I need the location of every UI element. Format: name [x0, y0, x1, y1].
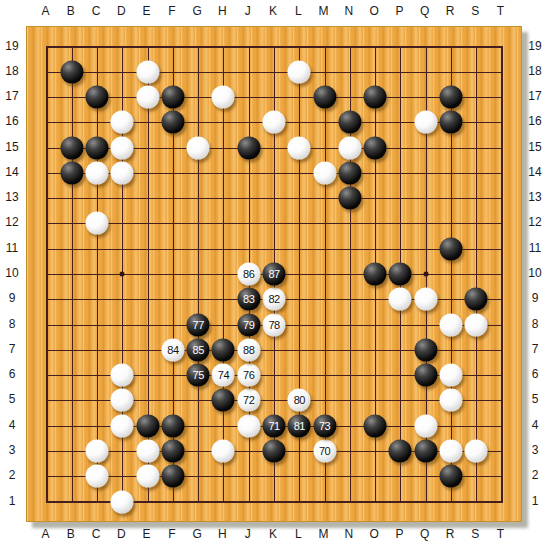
move-number-label: 85: [193, 344, 204, 355]
row-label-right-6: 6: [532, 367, 539, 381]
row-label-right-9: 9: [532, 291, 539, 305]
col-label-top-F: F: [168, 4, 175, 18]
row-label-right-10: 10: [528, 266, 541, 280]
stone-black-K4: 71: [263, 414, 286, 437]
stone-black-F4: [161, 414, 184, 437]
stone-black-K3: [263, 439, 286, 462]
stone-black-F2: [161, 465, 184, 488]
row-label-right-1: 1: [532, 494, 539, 508]
stone-white-J5: 72: [237, 389, 260, 412]
stone-white-J10: 86: [237, 263, 260, 286]
row-label-right-12: 12: [528, 215, 541, 229]
stone-white-E2: [136, 465, 159, 488]
stone-white-F7: 84: [161, 338, 184, 361]
row-label-left-9: 9: [9, 291, 16, 305]
col-label-top-L: L: [295, 4, 302, 18]
col-label-bottom-A: A: [41, 527, 49, 541]
row-label-left-6: 6: [9, 367, 16, 381]
col-label-top-D: D: [117, 4, 126, 18]
row-label-left-12: 12: [5, 215, 18, 229]
stone-black-N14: [338, 161, 361, 184]
stone-white-H17: [212, 86, 235, 109]
stone-white-E17: [136, 86, 159, 109]
stone-white-E3: [136, 439, 159, 462]
stone-black-R2: [439, 465, 462, 488]
stone-white-J7: 88: [237, 338, 260, 361]
row-label-right-5: 5: [532, 392, 539, 406]
row-label-right-11: 11: [529, 241, 541, 255]
col-label-top-J: J: [245, 4, 251, 18]
stone-black-G6: 75: [187, 364, 210, 387]
stone-black-H5: [212, 389, 235, 412]
stone-black-M17: [313, 86, 336, 109]
row-label-left-13: 13: [5, 190, 18, 204]
row-label-right-8: 8: [532, 317, 539, 331]
row-label-left-14: 14: [5, 165, 18, 179]
row-label-left-7: 7: [9, 342, 16, 356]
move-number-label: 73: [319, 420, 330, 431]
col-label-top-P: P: [395, 4, 403, 18]
stone-black-M4: 73: [313, 414, 336, 437]
stone-white-L15: [288, 136, 311, 159]
star-point-D10: [120, 272, 125, 277]
stone-black-L4: 81: [288, 414, 311, 437]
col-label-bottom-F: F: [168, 527, 175, 541]
row-label-left-10: 10: [5, 266, 18, 280]
stone-white-D5: [111, 389, 134, 412]
move-number-label: 79: [243, 319, 254, 330]
stone-black-B18: [60, 60, 83, 83]
col-label-bottom-G: G: [193, 527, 202, 541]
stone-black-N16: [338, 111, 361, 134]
col-label-top-C: C: [92, 4, 101, 18]
stone-black-H7: [212, 338, 235, 361]
stone-white-D4: [111, 414, 134, 437]
row-label-right-17: 17: [528, 89, 541, 103]
stone-black-P10: [389, 263, 412, 286]
col-label-top-Q: Q: [420, 4, 429, 18]
col-label-bottom-Q: Q: [420, 527, 429, 541]
stone-black-O17: [364, 86, 387, 109]
move-number-label: 70: [319, 445, 330, 456]
row-label-left-19: 19: [5, 39, 18, 53]
stone-white-Q9: [414, 288, 437, 311]
stone-white-R6: [439, 364, 462, 387]
col-label-bottom-B: B: [67, 527, 75, 541]
stone-white-C14: [86, 161, 109, 184]
col-label-bottom-C: C: [92, 527, 101, 541]
star-point-Q10: [423, 272, 428, 277]
stone-white-D6: [111, 364, 134, 387]
col-label-top-E: E: [143, 4, 151, 18]
row-label-right-4: 4: [532, 418, 539, 432]
col-label-bottom-E: E: [143, 527, 151, 541]
col-label-bottom-P: P: [395, 527, 403, 541]
stone-white-Q4: [414, 414, 437, 437]
row-label-right-13: 13: [528, 190, 541, 204]
stone-black-G8: 77: [187, 313, 210, 336]
row-label-left-2: 2: [9, 468, 16, 482]
stone-white-L18: [288, 60, 311, 83]
row-label-left-1: 1: [9, 494, 16, 508]
stone-black-J9: 83: [237, 288, 260, 311]
stone-black-J15: [237, 136, 260, 159]
move-number-label: 76: [243, 370, 254, 381]
row-label-left-3: 3: [9, 443, 16, 457]
stone-black-N13: [338, 187, 361, 210]
row-label-right-15: 15: [528, 140, 541, 154]
stone-black-P3: [389, 439, 412, 462]
row-label-right-14: 14: [528, 165, 541, 179]
stone-black-O10: [364, 263, 387, 286]
row-label-left-16: 16: [5, 114, 18, 128]
row-label-right-3: 3: [532, 443, 539, 457]
stone-white-N15: [338, 136, 361, 159]
col-label-bottom-D: D: [117, 527, 126, 541]
row-label-left-4: 4: [9, 418, 16, 432]
stone-white-S8: [465, 313, 488, 336]
move-number-label: 71: [268, 420, 279, 431]
col-label-bottom-R: R: [446, 527, 455, 541]
stone-black-Q3: [414, 439, 437, 462]
stone-white-D14: [111, 161, 134, 184]
stone-black-C15: [86, 136, 109, 159]
stone-white-P9: [389, 288, 412, 311]
move-number-label: 82: [268, 294, 279, 305]
col-label-bottom-L: L: [295, 527, 302, 541]
stone-black-K10: 87: [263, 263, 286, 286]
move-number-label: 83: [243, 294, 254, 305]
stone-white-R3: [439, 439, 462, 462]
move-number-label: 78: [268, 319, 279, 330]
col-label-top-T: T: [497, 4, 504, 18]
stone-black-R16: [439, 111, 462, 134]
stone-white-M3: 70: [313, 439, 336, 462]
stone-white-C12: [86, 212, 109, 235]
stone-black-F16: [161, 111, 184, 134]
col-label-top-O: O: [369, 4, 378, 18]
stone-black-S9: [465, 288, 488, 311]
move-number-label: 72: [243, 395, 254, 406]
stone-black-F17: [161, 86, 184, 109]
col-label-top-R: R: [446, 4, 455, 18]
col-label-top-M: M: [319, 4, 329, 18]
stone-black-O15: [364, 136, 387, 159]
col-label-bottom-H: H: [218, 527, 227, 541]
row-label-left-18: 18: [5, 64, 18, 78]
row-label-left-15: 15: [5, 140, 18, 154]
col-label-top-H: H: [218, 4, 227, 18]
stone-black-R11: [439, 237, 462, 260]
move-number-label: 84: [167, 344, 178, 355]
grid-line-vertical: [476, 47, 477, 502]
stone-white-H3: [212, 439, 235, 462]
col-label-bottom-T: T: [497, 527, 504, 541]
col-label-bottom-O: O: [369, 527, 378, 541]
row-label-right-18: 18: [528, 64, 541, 78]
row-label-left-5: 5: [9, 392, 16, 406]
row-label-right-2: 2: [532, 468, 539, 482]
stone-white-J4: [237, 414, 260, 437]
row-label-left-11: 11: [6, 241, 18, 255]
stone-black-F3: [161, 439, 184, 462]
stone-black-E4: [136, 414, 159, 437]
stone-white-E18: [136, 60, 159, 83]
stone-black-B15: [60, 136, 83, 159]
stone-black-C17: [86, 86, 109, 109]
col-label-top-N: N: [345, 4, 354, 18]
col-label-bottom-M: M: [319, 527, 329, 541]
stone-black-B14: [60, 161, 83, 184]
stone-white-J6: 76: [237, 364, 260, 387]
stone-black-Q7: [414, 338, 437, 361]
row-label-right-16: 16: [528, 114, 541, 128]
stone-white-D1: [111, 490, 134, 513]
move-number-label: 87: [268, 269, 279, 280]
col-label-top-S: S: [471, 4, 479, 18]
col-label-top-A: A: [41, 4, 49, 18]
stone-white-K9: 82: [263, 288, 286, 311]
stone-white-D15: [111, 136, 134, 159]
stone-white-R5: [439, 389, 462, 412]
row-label-right-19: 19: [528, 39, 541, 53]
stone-black-G7: 85: [187, 338, 210, 361]
move-number-label: 74: [218, 370, 229, 381]
go-diagram-page: 70717273747576777879808182838485868788 A…: [0, 0, 550, 550]
stone-white-Q16: [414, 111, 437, 134]
move-number-label: 88: [243, 344, 254, 355]
stone-black-O4: [364, 414, 387, 437]
move-number-label: 81: [294, 420, 305, 431]
row-label-left-8: 8: [9, 317, 16, 331]
stone-white-L5: 80: [288, 389, 311, 412]
col-label-bottom-J: J: [245, 527, 251, 541]
stone-black-Q6: [414, 364, 437, 387]
stone-white-M14: [313, 161, 336, 184]
stone-white-C2: [86, 465, 109, 488]
col-label-top-K: K: [269, 4, 277, 18]
col-label-bottom-N: N: [345, 527, 354, 541]
stone-white-C3: [86, 439, 109, 462]
go-board[interactable]: 70717273747576777879808182838485868788: [26, 26, 522, 522]
grid-line-horizontal: [47, 476, 502, 477]
col-label-bottom-K: K: [269, 527, 277, 541]
row-label-left-17: 17: [5, 89, 18, 103]
row-label-right-7: 7: [532, 342, 539, 356]
stone-white-H6: 74: [212, 364, 235, 387]
move-number-label: 75: [193, 370, 204, 381]
stone-white-K8: 78: [263, 313, 286, 336]
move-number-label: 80: [294, 395, 305, 406]
col-label-top-B: B: [67, 4, 75, 18]
col-label-bottom-S: S: [471, 527, 479, 541]
col-label-top-G: G: [193, 4, 202, 18]
stone-white-D16: [111, 111, 134, 134]
stone-white-K16: [263, 111, 286, 134]
stone-black-J8: 79: [237, 313, 260, 336]
move-number-label: 77: [193, 319, 204, 330]
stone-white-G15: [187, 136, 210, 159]
move-number-label: 86: [243, 269, 254, 280]
stone-black-R17: [439, 86, 462, 109]
stone-white-S3: [465, 439, 488, 462]
stone-white-R8: [439, 313, 462, 336]
